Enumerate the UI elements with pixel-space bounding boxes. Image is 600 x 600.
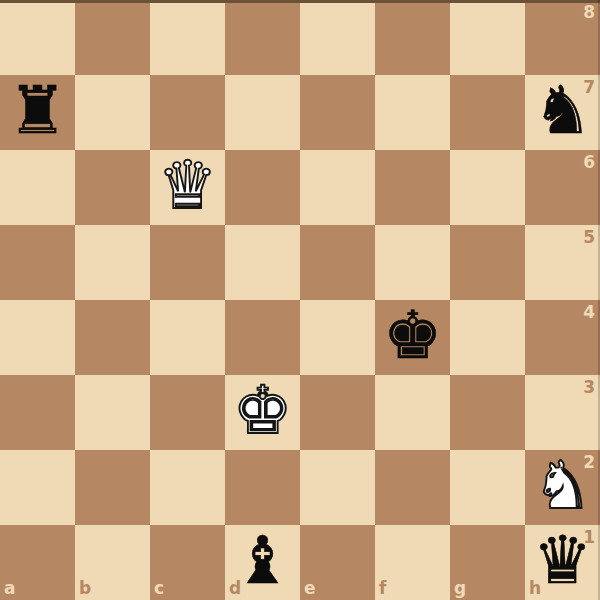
square-h5[interactable]: 5 bbox=[525, 225, 600, 300]
square-h7[interactable]: 7♞ bbox=[525, 75, 600, 150]
square-d3[interactable]: ♚ bbox=[225, 375, 300, 450]
square-f4[interactable]: ♚ bbox=[375, 300, 450, 375]
square-f8[interactable] bbox=[375, 0, 450, 75]
square-d1[interactable]: d♝ bbox=[225, 525, 300, 600]
square-g4[interactable] bbox=[450, 300, 525, 375]
square-e6[interactable] bbox=[300, 150, 375, 225]
square-a1[interactable]: a bbox=[0, 525, 75, 600]
square-h6[interactable]: 6 bbox=[525, 150, 600, 225]
square-b4[interactable] bbox=[75, 300, 150, 375]
file-label-e: e bbox=[304, 580, 316, 597]
square-d6[interactable] bbox=[225, 150, 300, 225]
piece-white-king[interactable]: ♚ bbox=[225, 373, 300, 448]
square-f1[interactable]: f bbox=[375, 525, 450, 600]
file-label-g: g bbox=[454, 580, 466, 597]
rank-label-6: 6 bbox=[583, 154, 595, 171]
square-a6[interactable] bbox=[0, 150, 75, 225]
piece-black-bishop[interactable]: ♝ bbox=[225, 523, 300, 598]
square-b5[interactable] bbox=[75, 225, 150, 300]
square-c7[interactable] bbox=[150, 75, 225, 150]
square-b7[interactable] bbox=[75, 75, 150, 150]
piece-black-rook[interactable]: ♜ bbox=[0, 73, 75, 148]
square-c5[interactable] bbox=[150, 225, 225, 300]
square-d4[interactable] bbox=[225, 300, 300, 375]
square-a5[interactable] bbox=[0, 225, 75, 300]
square-a7[interactable]: ♜ bbox=[0, 75, 75, 150]
square-a3[interactable] bbox=[0, 375, 75, 450]
square-h1[interactable]: 1h♛ bbox=[525, 525, 600, 600]
square-b2[interactable] bbox=[75, 450, 150, 525]
square-b3[interactable] bbox=[75, 375, 150, 450]
square-c1[interactable]: c bbox=[150, 525, 225, 600]
square-d2[interactable] bbox=[225, 450, 300, 525]
file-label-a: a bbox=[4, 580, 15, 597]
file-label-b: b bbox=[79, 580, 91, 597]
square-c3[interactable] bbox=[150, 375, 225, 450]
square-g6[interactable] bbox=[450, 150, 525, 225]
square-c6[interactable]: ♛ bbox=[150, 150, 225, 225]
square-e4[interactable] bbox=[300, 300, 375, 375]
square-f7[interactable] bbox=[375, 75, 450, 150]
piece-white-knight[interactable]: ♞ bbox=[525, 448, 600, 523]
square-e2[interactable] bbox=[300, 450, 375, 525]
chess-app: 8♜7♞♛65♚4♚32♞abcd♝efg1h♛ bbox=[0, 0, 600, 600]
square-e8[interactable] bbox=[300, 0, 375, 75]
square-d5[interactable] bbox=[225, 225, 300, 300]
square-e7[interactable] bbox=[300, 75, 375, 150]
square-b8[interactable] bbox=[75, 0, 150, 75]
square-f6[interactable] bbox=[375, 150, 450, 225]
square-h2[interactable]: 2♞ bbox=[525, 450, 600, 525]
square-g1[interactable]: g bbox=[450, 525, 525, 600]
square-g3[interactable] bbox=[450, 375, 525, 450]
file-label-f: f bbox=[379, 580, 386, 597]
piece-black-knight[interactable]: ♞ bbox=[525, 73, 600, 148]
chess-board: 8♜7♞♛65♚4♚32♞abcd♝efg1h♛ bbox=[0, 0, 600, 600]
square-a4[interactable] bbox=[0, 300, 75, 375]
square-d7[interactable] bbox=[225, 75, 300, 150]
square-c8[interactable] bbox=[150, 0, 225, 75]
square-f5[interactable] bbox=[375, 225, 450, 300]
square-g2[interactable] bbox=[450, 450, 525, 525]
square-b1[interactable]: b bbox=[75, 525, 150, 600]
rank-label-3: 3 bbox=[583, 379, 595, 396]
square-a8[interactable] bbox=[0, 0, 75, 75]
square-h3[interactable]: 3 bbox=[525, 375, 600, 450]
square-g5[interactable] bbox=[450, 225, 525, 300]
square-h4[interactable]: 4 bbox=[525, 300, 600, 375]
square-g7[interactable] bbox=[450, 75, 525, 150]
square-e5[interactable] bbox=[300, 225, 375, 300]
piece-black-king[interactable]: ♚ bbox=[375, 298, 450, 373]
square-g8[interactable] bbox=[450, 0, 525, 75]
rank-label-8: 8 bbox=[583, 4, 595, 21]
square-f3[interactable] bbox=[375, 375, 450, 450]
piece-white-queen[interactable]: ♛ bbox=[150, 148, 225, 223]
square-a2[interactable] bbox=[0, 450, 75, 525]
square-f2[interactable] bbox=[375, 450, 450, 525]
square-d8[interactable] bbox=[225, 0, 300, 75]
square-h8[interactable]: 8 bbox=[525, 0, 600, 75]
rank-label-4: 4 bbox=[583, 304, 595, 321]
square-c4[interactable] bbox=[150, 300, 225, 375]
piece-black-queen[interactable]: ♛ bbox=[525, 523, 600, 598]
file-label-c: c bbox=[154, 580, 164, 597]
square-e1[interactable]: e bbox=[300, 525, 375, 600]
square-b6[interactable] bbox=[75, 150, 150, 225]
square-c2[interactable] bbox=[150, 450, 225, 525]
square-e3[interactable] bbox=[300, 375, 375, 450]
rank-label-5: 5 bbox=[583, 229, 595, 246]
